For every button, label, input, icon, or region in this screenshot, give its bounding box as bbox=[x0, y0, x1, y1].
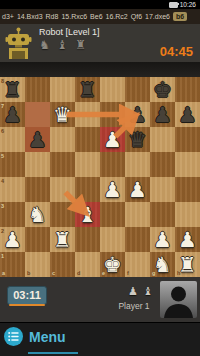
square-g4[interactable] bbox=[150, 177, 175, 202]
square-f2[interactable] bbox=[125, 227, 150, 252]
square-g8[interactable]: ♚ bbox=[150, 77, 175, 102]
white-pawn-f4[interactable]: ♟ bbox=[125, 177, 150, 202]
square-d4[interactable] bbox=[75, 177, 100, 202]
rank-label-4: 4 bbox=[1, 178, 4, 184]
square-c1[interactable]: c bbox=[50, 252, 75, 277]
white-pawn-g2[interactable]: ♟ bbox=[150, 227, 175, 252]
square-a5[interactable]: 5 bbox=[0, 152, 25, 177]
move-token-1[interactable]: 14.Bxd3 bbox=[17, 13, 43, 20]
rank-label-5: 5 bbox=[1, 153, 4, 159]
rank-label-3: 3 bbox=[1, 203, 4, 209]
square-g7[interactable]: ♟ bbox=[150, 102, 175, 127]
move-token-4[interactable]: Be6 bbox=[90, 13, 102, 20]
file-label-c: c bbox=[52, 270, 55, 276]
move-token-3[interactable]: 15.Rxc6 bbox=[61, 13, 87, 20]
square-g3[interactable] bbox=[150, 202, 175, 227]
black-rook-d8[interactable]: ♜ bbox=[75, 77, 100, 102]
square-e8[interactable] bbox=[100, 77, 125, 102]
move-list[interactable]: d3+14.Bxd3Rd815.Rxc6Be616.Rc2Qf617.dxe6b… bbox=[0, 9, 200, 24]
black-pawn-b6[interactable]: ♟ bbox=[25, 127, 50, 152]
square-g6[interactable] bbox=[150, 127, 175, 152]
square-f6[interactable]: ♛ bbox=[125, 127, 150, 152]
square-d1[interactable]: d bbox=[75, 252, 100, 277]
black-pawn-g7[interactable]: ♟ bbox=[150, 102, 175, 127]
square-d2[interactable] bbox=[75, 227, 100, 252]
rank-label-6: 6 bbox=[1, 128, 4, 134]
square-c2[interactable]: ♜ bbox=[50, 227, 75, 252]
file-label-f: f bbox=[127, 270, 129, 276]
current-move-token[interactable]: b6 bbox=[173, 12, 187, 21]
square-b7[interactable] bbox=[25, 102, 50, 127]
square-b4[interactable] bbox=[25, 177, 50, 202]
square-c6[interactable] bbox=[50, 127, 75, 152]
square-c3[interactable] bbox=[50, 202, 75, 227]
square-d7[interactable] bbox=[75, 102, 100, 127]
square-f1[interactable]: f bbox=[125, 252, 150, 277]
move-token-6[interactable]: Qf6 bbox=[131, 13, 142, 20]
status-clock: 10:26 bbox=[180, 1, 196, 8]
square-c5[interactable] bbox=[50, 152, 75, 177]
square-e2[interactable] bbox=[100, 227, 125, 252]
player-avatar bbox=[160, 281, 197, 318]
black-rook-a8[interactable]: ♜ bbox=[0, 77, 25, 102]
square-e7[interactable] bbox=[100, 102, 125, 127]
square-e4[interactable]: ♟ bbox=[100, 177, 125, 202]
square-d5[interactable] bbox=[75, 152, 100, 177]
square-d8[interactable]: ♜ bbox=[75, 77, 100, 102]
white-bishop-d3[interactable]: ♝ bbox=[75, 202, 100, 227]
white-knight-b3[interactable]: ♞ bbox=[25, 202, 50, 227]
square-d6[interactable] bbox=[75, 127, 100, 152]
square-h5[interactable] bbox=[175, 152, 200, 177]
square-g1[interactable]: g♞ bbox=[150, 252, 175, 277]
file-label-b: b bbox=[27, 270, 30, 276]
robot-icon bbox=[3, 27, 34, 60]
square-f5[interactable] bbox=[125, 152, 150, 177]
square-a7[interactable]: 7♟ bbox=[0, 102, 25, 127]
opponent-name: Robot [Level 1] bbox=[39, 27, 100, 37]
menu-list-icon bbox=[4, 327, 23, 346]
black-king-g8[interactable]: ♚ bbox=[150, 77, 175, 102]
panel-board-divider bbox=[0, 62, 200, 77]
square-f7[interactable]: ♟ bbox=[125, 102, 150, 127]
menu-underline bbox=[28, 352, 78, 354]
square-c4[interactable] bbox=[50, 177, 75, 202]
move-token-5[interactable]: 16.Rc2 bbox=[106, 13, 128, 20]
menu-button[interactable]: Menu bbox=[4, 327, 66, 346]
square-h8[interactable] bbox=[175, 77, 200, 102]
file-label-a: a bbox=[2, 270, 5, 276]
opponent-clock: 04:45 bbox=[160, 44, 193, 59]
square-h1[interactable]: h♜ bbox=[175, 252, 200, 277]
square-b1[interactable]: b bbox=[25, 252, 50, 277]
move-token-7[interactable]: 17.dxe6 bbox=[145, 13, 170, 20]
square-f8[interactable] bbox=[125, 77, 150, 102]
battery-icon bbox=[169, 2, 178, 8]
player-name: Player 1 bbox=[108, 301, 160, 311]
move-token-2[interactable]: Rd8 bbox=[46, 13, 59, 20]
player-captured-tray: ♟ ♝ bbox=[128, 285, 154, 298]
white-rook-c2[interactable]: ♜ bbox=[50, 227, 75, 252]
square-b6[interactable]: ♟ bbox=[25, 127, 50, 152]
white-queen-c7[interactable]: ♛ bbox=[50, 102, 75, 127]
player-clock-underline bbox=[9, 304, 45, 306]
square-a8[interactable]: 8♜ bbox=[0, 77, 25, 102]
square-h2[interactable]: ♟ bbox=[175, 227, 200, 252]
white-knight-g1[interactable]: ♞ bbox=[150, 252, 175, 277]
square-f3[interactable] bbox=[125, 202, 150, 227]
square-e1[interactable]: e♚ bbox=[100, 252, 125, 277]
square-a1[interactable]: 1a bbox=[0, 252, 25, 277]
white-pawn-e4[interactable]: ♟ bbox=[100, 177, 125, 202]
square-c8[interactable] bbox=[50, 77, 75, 102]
white-pawn-h2[interactable]: ♟ bbox=[175, 227, 200, 252]
player-clock: 03:11 bbox=[7, 286, 47, 305]
square-a4[interactable]: 4 bbox=[0, 177, 25, 202]
player-panel: 03:11 ♟ ♝ Player 1 bbox=[0, 277, 200, 322]
square-d3[interactable]: ♝ bbox=[75, 202, 100, 227]
square-b8[interactable] bbox=[25, 77, 50, 102]
black-pawn-h7[interactable]: ♟ bbox=[175, 102, 200, 127]
square-f4[interactable]: ♟ bbox=[125, 177, 150, 202]
white-pawn-a2[interactable]: ♟ bbox=[0, 227, 25, 252]
opponent-panel: Robot [Level 1] ♞ ♝ ♜ 04:45 bbox=[0, 24, 200, 62]
square-a3[interactable]: 3 bbox=[0, 202, 25, 227]
menu-label: Menu bbox=[29, 329, 66, 345]
square-b3[interactable]: ♞ bbox=[25, 202, 50, 227]
chess-app: 10:26 d3+14.Bxd3Rd815.Rxc6Be616.Rc2Qf617… bbox=[0, 0, 200, 356]
square-g2[interactable]: ♟ bbox=[150, 227, 175, 252]
square-h4[interactable] bbox=[175, 177, 200, 202]
square-h3[interactable] bbox=[175, 202, 200, 227]
square-e5[interactable] bbox=[100, 152, 125, 177]
square-h6[interactable] bbox=[175, 127, 200, 152]
black-queen-f6[interactable]: ♛ bbox=[125, 127, 150, 152]
white-king-e1[interactable]: ♚ bbox=[100, 252, 125, 277]
status-bar: 10:26 bbox=[0, 0, 200, 9]
black-pawn-f7[interactable]: ♟ bbox=[125, 102, 150, 127]
square-a2[interactable]: 2♟ bbox=[0, 227, 25, 252]
white-rook-h1[interactable]: ♜ bbox=[175, 252, 200, 277]
move-token-0[interactable]: d3+ bbox=[2, 13, 14, 20]
rank-label-1: 1 bbox=[1, 253, 4, 259]
square-e6[interactable]: ♟ bbox=[100, 127, 125, 152]
file-label-d: d bbox=[77, 270, 80, 276]
bottom-bar: Menu ◀ ▶ bbox=[0, 322, 200, 356]
square-b2[interactable] bbox=[25, 227, 50, 252]
square-h7[interactable]: ♟ bbox=[175, 102, 200, 127]
square-b5[interactable] bbox=[25, 152, 50, 177]
square-g5[interactable] bbox=[150, 152, 175, 177]
opponent-captured-tray: ♞ ♝ ♜ bbox=[39, 38, 88, 52]
square-c7[interactable]: ♛ bbox=[50, 102, 75, 127]
square-e3[interactable] bbox=[100, 202, 125, 227]
chess-board[interactable]: 8♜♜♚7♟♛♟♟♟6♟♟♛54♟♟3♞♝2♟♜♟♟1abcde♚fg♞h♜ bbox=[0, 77, 200, 277]
white-pawn-e6[interactable]: ♟ bbox=[100, 127, 125, 152]
black-pawn-a7[interactable]: ♟ bbox=[0, 102, 25, 127]
square-a6[interactable]: 6 bbox=[0, 127, 25, 152]
